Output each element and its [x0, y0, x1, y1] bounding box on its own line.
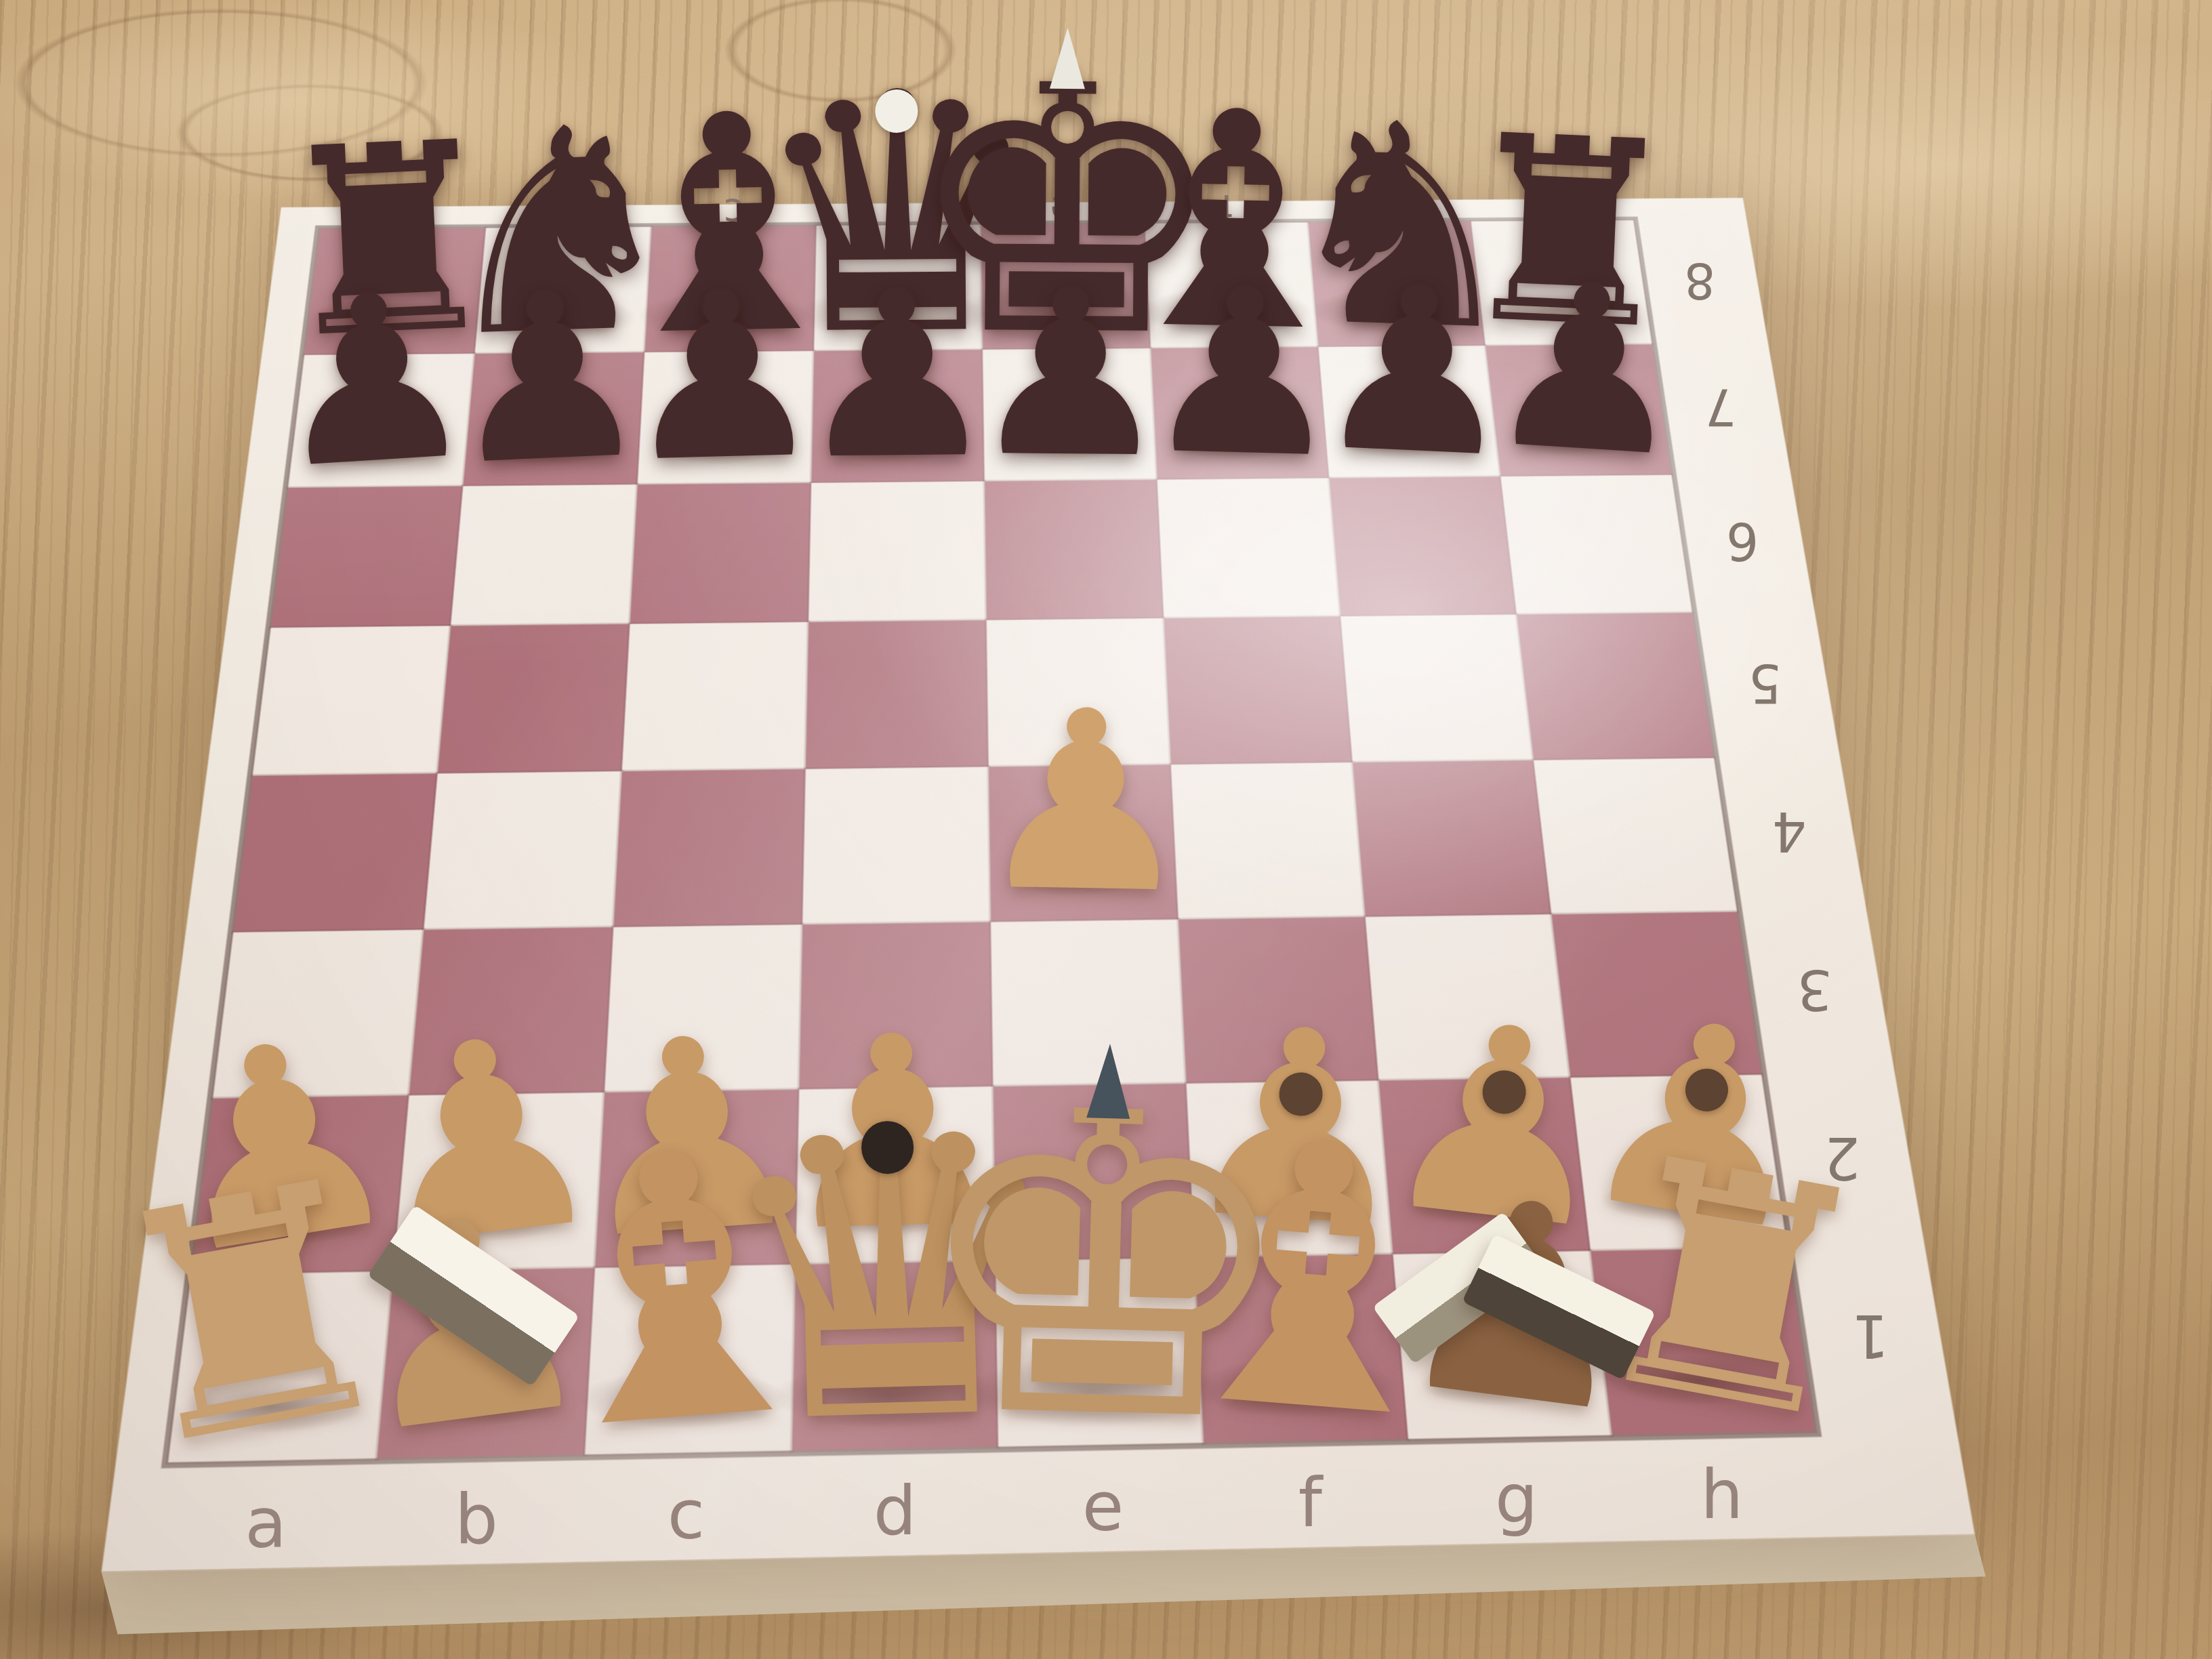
piece-tip-dark-spike [1086, 1043, 1132, 1119]
table-scene: abcdefghabcdefgh87654321 ♜♞♝♛♚♝♞♜♟♟♟♟♟♟♟… [0, 0, 2212, 1659]
piece-white-pawn-e4: ♟ [960, 676, 1212, 928]
piece-black-pawn-h7: ♟ [1467, 250, 1708, 491]
rank-label-right-4: 4 [1735, 799, 1844, 864]
rank-label-right-6: 6 [1691, 510, 1794, 572]
piece-tip-white-spike [1050, 28, 1086, 89]
file-label-bottom-b: b [408, 1479, 545, 1561]
rank-label-right-5: 5 [1712, 651, 1818, 714]
